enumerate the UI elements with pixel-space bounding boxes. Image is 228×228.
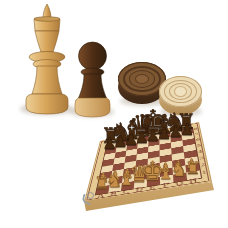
checker-ring — [174, 86, 187, 97]
demo-king-piece — [22, 2, 72, 116]
metal-clasp — [81, 191, 93, 203]
checker-light-top — [159, 76, 202, 107]
chess-set-photo: ABCDEFGH12345678 ♜♞♝♛♚♝♞♜♟♟♟♟♟♟♟♟♟♟♟♟♟♟♟… — [0, 0, 228, 228]
demo-pawn-piece — [72, 40, 113, 119]
checker-ring — [135, 74, 149, 84]
checker-light — [159, 76, 202, 116]
